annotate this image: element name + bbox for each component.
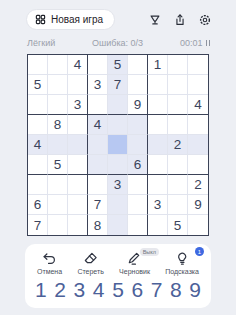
hint-button[interactable]: 1 Подсказка <box>165 251 199 275</box>
sudoku-cell-r8c7[interactable]: 3 <box>148 195 168 215</box>
bulb-icon <box>174 251 191 266</box>
sudoku-cell-r6c9[interactable] <box>188 155 208 175</box>
sudoku-cell-r8c3[interactable] <box>68 195 88 215</box>
numpad-3[interactable]: 3 <box>74 278 86 301</box>
sudoku-cell-r8c2[interactable] <box>48 195 68 215</box>
numpad-4[interactable]: 4 <box>93 278 105 301</box>
share-icon <box>173 13 187 27</box>
numpad-6[interactable]: 6 <box>131 278 143 301</box>
sudoku-cell-r8c6[interactable] <box>128 195 148 215</box>
numpad-1[interactable]: 1 <box>35 278 47 301</box>
sudoku-cell-r2c1[interactable]: 5 <box>28 75 48 95</box>
numpad: 123456789 <box>31 275 205 301</box>
sudoku-cell-r6c3[interactable] <box>68 155 88 175</box>
sudoku-cell-r1c4[interactable] <box>88 55 108 75</box>
sudoku-cell-r9c1[interactable]: 7 <box>28 215 48 235</box>
timer: 00:01 <box>180 38 210 48</box>
sudoku-cell-r9c8[interactable]: 5 <box>168 215 188 235</box>
undo-icon <box>41 251 58 266</box>
undo-label: Отмена <box>37 268 62 275</box>
settings-icon <box>198 13 212 27</box>
sudoku-cell-r9c6[interactable] <box>128 215 148 235</box>
sudoku-cell-r3c9[interactable]: 4 <box>188 95 208 115</box>
sudoku-cell-r1c9[interactable] <box>188 55 208 75</box>
sudoku-cell-r8c4[interactable]: 7 <box>88 195 108 215</box>
hint-count-badge: 1 <box>195 247 204 256</box>
sudoku-cell-r7c9[interactable]: 2 <box>188 175 208 195</box>
sudoku-cell-r1c6[interactable] <box>128 55 148 75</box>
sudoku-cell-r7c3[interactable] <box>68 175 88 195</box>
control-panel: Отмена Стереть Выкл Черновик 1 <box>25 244 211 308</box>
sudoku-cell-r7c1[interactable] <box>28 175 48 195</box>
grid-icon <box>35 14 46 25</box>
sudoku-cell-r3c5[interactable] <box>108 95 128 115</box>
sudoku-cell-r5c4[interactable] <box>88 135 108 155</box>
sudoku-cell-r4c8[interactable] <box>168 115 188 135</box>
sudoku-cell-r6c6[interactable]: 6 <box>128 155 148 175</box>
sudoku-cell-r7c2[interactable] <box>48 175 68 195</box>
sudoku-cell-r1c1[interactable] <box>28 55 48 75</box>
sudoku-cell-r7c5[interactable]: 3 <box>108 175 128 195</box>
sudoku-cell-r3c7[interactable] <box>148 95 168 115</box>
sudoku-cell-r1c8[interactable] <box>168 55 188 75</box>
difficulty-label: Лёгкий <box>27 38 55 48</box>
sudoku-cell-r4c4[interactable]: 4 <box>88 115 108 135</box>
sudoku-cell-r2c3[interactable] <box>68 75 88 95</box>
sudoku-cell-r3c8[interactable] <box>168 95 188 115</box>
sudoku-cell-r2c2[interactable] <box>48 75 68 95</box>
sudoku-cell-r8c5[interactable] <box>108 195 128 215</box>
sudoku-cell-r9c9[interactable] <box>188 215 208 235</box>
sudoku-cell-r6c2[interactable]: 5 <box>48 155 68 175</box>
sudoku-cell-r5c9[interactable] <box>188 135 208 155</box>
sudoku-cell-r5c7[interactable] <box>148 135 168 155</box>
sudoku-cell-r2c9[interactable] <box>188 75 208 95</box>
sudoku-cell-r1c3[interactable]: 4 <box>68 55 88 75</box>
sudoku-cell-r2c6[interactable] <box>128 75 148 95</box>
settings-button[interactable] <box>198 13 212 27</box>
sudoku-cell-r6c8[interactable] <box>168 155 188 175</box>
sudoku-cell-r4c5[interactable] <box>108 115 128 135</box>
new-game-label: Новая игра <box>51 14 103 25</box>
erase-label: Стереть <box>77 268 103 275</box>
timer-value: 00:01 <box>180 38 203 48</box>
sudoku-cell-r8c8[interactable] <box>168 195 188 215</box>
tools-row: Отмена Стереть Выкл Черновик 1 <box>31 251 205 275</box>
draft-off-badge: Выкл <box>140 248 159 256</box>
sudoku-cell-r1c7[interactable]: 1 <box>148 55 168 75</box>
numpad-7[interactable]: 7 <box>151 278 163 301</box>
sudoku-cell-r9c5[interactable] <box>108 215 128 235</box>
trophy-button[interactable] <box>148 13 162 27</box>
sudoku-cell-r1c5[interactable]: 5 <box>108 55 128 75</box>
sudoku-cell-r5c2[interactable] <box>48 135 68 155</box>
sudoku-cell-r4c9[interactable] <box>188 115 208 135</box>
sudoku-cell-r3c2[interactable] <box>48 95 68 115</box>
sudoku-cell-r9c4[interactable]: 8 <box>88 215 108 235</box>
sudoku-cell-r7c4[interactable] <box>88 175 108 195</box>
share-button[interactable] <box>173 13 187 27</box>
sudoku-cell-r4c7[interactable] <box>148 115 168 135</box>
sudoku-cell-r6c5[interactable] <box>108 155 128 175</box>
pause-button[interactable] <box>206 40 211 47</box>
sudoku-cell-r5c6[interactable] <box>128 135 148 155</box>
sudoku-cell-r3c1[interactable] <box>28 95 48 115</box>
status-bar: Лёгкий Ошибка: 0/3 00:01 <box>0 38 236 48</box>
mistakes-counter: Ошибка: 0/3 <box>92 38 143 48</box>
sudoku-cell-r7c7[interactable] <box>148 175 168 195</box>
sudoku-cell-r7c6[interactable] <box>128 175 148 195</box>
numpad-5[interactable]: 5 <box>112 278 124 301</box>
sudoku-cell-r3c3[interactable]: 3 <box>68 95 88 115</box>
draft-label: Черновик <box>119 268 150 275</box>
sudoku-board: 451537394844256326739785 <box>27 54 209 236</box>
sudoku-cell-r4c6[interactable] <box>128 115 148 135</box>
sudoku-cell-r8c1[interactable]: 6 <box>28 195 48 215</box>
sudoku-cell-r2c7[interactable] <box>148 75 168 95</box>
numpad-8[interactable]: 8 <box>170 278 182 301</box>
sudoku-cell-r5c8[interactable]: 2 <box>168 135 188 155</box>
sudoku-cell-r9c3[interactable] <box>68 215 88 235</box>
top-bar: Новая игра <box>0 0 236 30</box>
new-game-button[interactable]: Новая игра <box>26 9 115 30</box>
sudoku-cell-r5c1[interactable]: 4 <box>28 135 48 155</box>
undo-button[interactable]: Отмена <box>37 251 62 275</box>
numpad-9[interactable]: 9 <box>189 278 201 301</box>
sudoku-cell-r9c2[interactable] <box>48 215 68 235</box>
sudoku-cell-r5c3[interactable] <box>68 135 88 155</box>
sudoku-cell-r2c4[interactable]: 3 <box>88 75 108 95</box>
sudoku-cell-r6c4[interactable] <box>88 155 108 175</box>
sudoku-cell-r7c8[interactable] <box>168 175 188 195</box>
numpad-2[interactable]: 2 <box>54 278 66 301</box>
eraser-icon <box>82 251 99 266</box>
sudoku-cell-r2c5[interactable]: 7 <box>108 75 128 95</box>
hint-label: Подсказка <box>165 268 199 275</box>
sudoku-cell-r3c6[interactable]: 9 <box>128 95 148 115</box>
trophy-icon <box>148 13 162 27</box>
sudoku-cell-r6c7[interactable] <box>148 155 168 175</box>
sudoku-cell-r1c2[interactable] <box>48 55 68 75</box>
sudoku-cell-r4c2[interactable]: 8 <box>48 115 68 135</box>
draft-button[interactable]: Выкл Черновик <box>119 251 150 275</box>
sudoku-cell-r5c5[interactable] <box>108 135 128 155</box>
sudoku-cell-r4c1[interactable] <box>28 115 48 135</box>
sudoku-cell-r6c1[interactable] <box>28 155 48 175</box>
sudoku-cell-r3c4[interactable] <box>88 95 108 115</box>
sudoku-cell-r4c3[interactable] <box>68 115 88 135</box>
erase-button[interactable]: Стереть <box>77 251 103 275</box>
sudoku-cell-r2c8[interactable] <box>168 75 188 95</box>
sudoku-cell-r8c9[interactable]: 9 <box>188 195 208 215</box>
sudoku-cell-r9c7[interactable] <box>148 215 168 235</box>
